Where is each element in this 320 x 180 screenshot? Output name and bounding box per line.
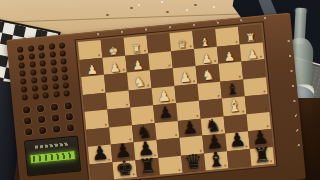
black-pawn: ♟ xyxy=(134,140,159,160)
square-f6: ♞ xyxy=(132,123,157,143)
square-a5 xyxy=(245,94,270,114)
square-e8 xyxy=(158,155,183,175)
square-h3 xyxy=(81,75,106,95)
panel-button xyxy=(37,115,47,125)
control-panel xyxy=(15,41,85,180)
sensor-dot xyxy=(133,173,135,175)
sensor-dot xyxy=(147,84,149,86)
square-a2: ♟ xyxy=(240,42,265,62)
black-pawn: ♟ xyxy=(153,103,178,123)
square-d4 xyxy=(174,83,199,103)
square-b5: ♝ xyxy=(222,96,247,116)
sensor-dot xyxy=(129,138,131,140)
square-f8: ♜ xyxy=(135,157,160,177)
white-pawn: ♟ xyxy=(194,46,219,66)
chess-computer-board: ♚♜♛♝♜♟♟♟♟♟♟♞♟♞♟♝♟♝♞♟♞♟♟♟♟♟♟♚♜♛♝♜ xyxy=(6,13,306,180)
sensor-dot xyxy=(244,127,246,129)
sensor-dot xyxy=(214,60,216,62)
sensor-dot xyxy=(123,69,125,71)
sensor-dot xyxy=(196,114,198,116)
square-c4 xyxy=(197,81,222,101)
peg-hole xyxy=(49,43,56,50)
square-g8: ♚ xyxy=(112,160,137,180)
panel-button xyxy=(51,113,61,123)
square-d7 xyxy=(179,136,204,156)
sensor-dot xyxy=(262,73,264,75)
peg-hole xyxy=(38,44,45,51)
peg-hole xyxy=(31,77,38,84)
square-g5 xyxy=(107,107,132,127)
black-pawn: ♟ xyxy=(202,133,227,153)
sensor-dot xyxy=(101,88,103,90)
square-b7: ♟ xyxy=(225,131,250,151)
white-knight: ♞ xyxy=(127,70,152,90)
square-d1: ♛ xyxy=(169,31,194,51)
sensor-dot xyxy=(265,108,267,110)
sensor-dot xyxy=(167,47,169,49)
square-e7 xyxy=(157,138,182,158)
sensor-dot xyxy=(195,97,197,99)
white-pawn: ♟ xyxy=(173,66,198,86)
peg-hole xyxy=(64,90,71,97)
black-pawn: ♟ xyxy=(225,131,250,151)
panel-button xyxy=(22,105,32,115)
peg-hole xyxy=(30,69,37,76)
sensor-dot xyxy=(108,158,110,160)
square-h4 xyxy=(83,92,108,112)
peg-hole xyxy=(50,59,57,66)
table-speck xyxy=(161,1,163,3)
square-c7: ♟ xyxy=(202,133,227,153)
square-f7: ♟ xyxy=(134,140,159,160)
sensor-dot xyxy=(201,167,203,169)
peg-hole xyxy=(51,67,58,74)
sensor-dot xyxy=(121,51,123,53)
lcd-text-line xyxy=(29,150,76,164)
square-a8: ♜ xyxy=(250,146,275,166)
peg-hole xyxy=(52,75,59,82)
sensor-dot xyxy=(150,119,152,121)
square-b2: ♟ xyxy=(217,44,242,64)
square-b4: ♝ xyxy=(220,79,245,99)
sensor-dot xyxy=(106,141,108,143)
black-bishop: ♝ xyxy=(204,151,229,171)
white-knight: ♞ xyxy=(196,64,221,84)
sensor-dot xyxy=(235,40,237,42)
sensor-dot xyxy=(223,147,225,149)
white-pawn: ♟ xyxy=(125,53,150,73)
square-g4 xyxy=(106,90,131,110)
square-f4 xyxy=(129,88,154,108)
sensor-dot xyxy=(221,130,223,132)
peg-hole xyxy=(40,68,47,75)
scene: ♖♙♙ ♚♜♛♝♜♟♟♟♟♟♟♞♟♞♟♝♟♝♞♟♞♟♟♟♟♟♟♚♜♛♝♜ xyxy=(0,0,320,180)
peg-hole xyxy=(17,46,24,53)
peg-hole xyxy=(19,70,26,77)
panel-button xyxy=(50,102,60,112)
white-rook: ♜ xyxy=(124,36,149,56)
wood-knot xyxy=(106,14,109,16)
peg-hole xyxy=(59,42,66,49)
sensor-dot xyxy=(175,134,177,136)
peg-hole xyxy=(22,94,29,101)
white-pawn: ♟ xyxy=(240,42,265,62)
square-f3: ♞ xyxy=(127,70,152,90)
black-queen: ♛ xyxy=(181,153,206,173)
sensor-dot xyxy=(263,90,265,92)
square-b1 xyxy=(215,27,240,47)
peg-hole xyxy=(39,52,46,59)
peg-hole xyxy=(19,62,26,69)
sensor-dot xyxy=(242,110,244,112)
white-bishop: ♝ xyxy=(192,29,217,49)
square-h8 xyxy=(90,162,115,180)
square-g1: ♚ xyxy=(101,38,126,58)
sensor-dot xyxy=(105,123,107,125)
sensor-dot xyxy=(268,143,270,145)
square-a3 xyxy=(241,59,266,79)
square-c3: ♞ xyxy=(196,64,221,84)
panel-button xyxy=(66,123,76,133)
sensor-dot xyxy=(200,149,202,151)
white-rook: ♜ xyxy=(238,24,263,44)
panel-button xyxy=(64,112,74,122)
square-b6 xyxy=(224,114,249,134)
square-a1: ♜ xyxy=(238,24,263,44)
sensor-dot xyxy=(149,101,151,103)
black-king: ♚ xyxy=(112,160,137,180)
square-g6 xyxy=(109,125,134,145)
square-d5 xyxy=(176,101,201,121)
square-h2: ♟ xyxy=(79,57,104,77)
sensor-dot xyxy=(124,86,126,88)
sensor-dot xyxy=(177,151,179,153)
white-pawn: ♟ xyxy=(79,57,104,77)
peg-hole xyxy=(52,83,59,90)
square-h5 xyxy=(84,110,109,130)
sensor-dot xyxy=(198,132,200,134)
table-speck xyxy=(213,6,215,8)
white-king: ♚ xyxy=(101,38,126,58)
peg-hole xyxy=(61,66,68,73)
black-knight: ♞ xyxy=(201,116,226,136)
sensor-dot xyxy=(216,77,218,79)
sensor-dot xyxy=(173,117,175,119)
sensor-dot xyxy=(267,125,269,127)
square-c6: ♞ xyxy=(201,116,226,136)
wood-knot xyxy=(166,11,169,13)
sensor-dot xyxy=(217,95,219,97)
peg-hole xyxy=(18,54,25,61)
square-e1 xyxy=(146,33,171,53)
peg-hole xyxy=(42,84,49,91)
peg-hole xyxy=(62,74,69,81)
panel-button xyxy=(23,116,33,126)
sensor-dot xyxy=(156,171,158,173)
black-pawn: ♟ xyxy=(248,129,273,149)
square-h7: ♟ xyxy=(88,144,113,164)
black-pawn: ♟ xyxy=(178,118,203,138)
peg-hole xyxy=(41,76,48,83)
table-speck xyxy=(138,4,140,6)
square-e4: ♟ xyxy=(152,86,177,106)
sensor-dot xyxy=(172,99,174,101)
peg-hole xyxy=(43,92,50,99)
peg-hole-tray xyxy=(15,41,76,103)
square-f1: ♜ xyxy=(124,36,149,56)
square-a6 xyxy=(246,112,271,132)
sensor-dot xyxy=(245,145,247,147)
panel-button xyxy=(36,104,46,114)
white-queen: ♛ xyxy=(169,31,194,51)
sensor-dot xyxy=(168,64,170,66)
white-bishop: ♝ xyxy=(222,96,247,116)
panel-button xyxy=(52,124,62,134)
square-c1: ♝ xyxy=(192,29,217,49)
peg-hole xyxy=(40,60,47,67)
table-speck xyxy=(186,9,188,11)
peg-hole xyxy=(31,85,38,92)
square-g2: ♟ xyxy=(102,55,127,75)
white-pawn: ♟ xyxy=(217,44,242,64)
black-pawn: ♟ xyxy=(88,144,113,164)
sensor-dot xyxy=(270,160,272,162)
square-c2: ♟ xyxy=(194,46,219,66)
square-d6: ♟ xyxy=(178,118,203,138)
sensor-dot xyxy=(237,58,239,60)
sensor-dot xyxy=(190,45,192,47)
square-b8 xyxy=(227,149,252,169)
sensor-dot xyxy=(103,106,105,108)
sensor-dot xyxy=(152,136,154,138)
square-a7: ♟ xyxy=(248,129,273,149)
panel-button xyxy=(63,101,73,111)
panel-button xyxy=(24,127,34,137)
wood-knot xyxy=(130,7,133,9)
peg-hole xyxy=(63,82,70,89)
peg-hole xyxy=(29,61,36,68)
black-rook: ♜ xyxy=(250,146,275,166)
peg-hole xyxy=(28,53,35,60)
peg-hole xyxy=(32,93,39,100)
sensor-dot xyxy=(131,156,133,158)
sensor-dot xyxy=(239,75,241,77)
sensor-dot xyxy=(154,154,156,156)
square-f5 xyxy=(130,105,155,125)
square-g3 xyxy=(104,73,129,93)
peg-hole xyxy=(28,45,35,52)
peg-hole xyxy=(53,91,60,98)
white-pawn: ♟ xyxy=(152,86,177,106)
sensor-dot xyxy=(219,112,221,114)
button-grid xyxy=(20,98,79,137)
sensor-dot xyxy=(126,104,128,106)
sensor-dot xyxy=(145,67,147,69)
square-e3 xyxy=(150,68,175,88)
peg-hole xyxy=(20,78,27,85)
peg-hole xyxy=(60,50,67,57)
peg-hole xyxy=(49,51,56,58)
sensor-dot xyxy=(260,56,262,58)
sensor-dot xyxy=(193,80,195,82)
square-d8: ♛ xyxy=(181,153,206,173)
square-f2: ♟ xyxy=(125,53,150,73)
black-knight: ♞ xyxy=(132,123,157,143)
sensor-dot xyxy=(128,121,130,123)
wood-knot xyxy=(194,4,197,6)
sensor-dot xyxy=(170,82,172,84)
peg-hole xyxy=(21,86,28,93)
sensor-dot xyxy=(258,38,260,40)
white-pawn: ♟ xyxy=(102,55,127,75)
square-e2 xyxy=(148,51,173,71)
sensor-dot xyxy=(110,175,112,177)
square-c8: ♝ xyxy=(204,151,229,171)
sensor-dot xyxy=(212,43,214,45)
square-h6 xyxy=(86,127,111,147)
sensor-dot xyxy=(240,93,242,95)
sensor-dot xyxy=(224,164,226,166)
sensor-dot xyxy=(247,162,249,164)
sensor-dot xyxy=(144,49,146,51)
sensor-dot xyxy=(191,62,193,64)
black-rook: ♜ xyxy=(135,157,160,177)
chessboard: ♚♜♛♝♜♟♟♟♟♟♟♞♟♞♟♝♟♝♞♟♞♟♟♟♟♟♟♚♜♛♝♜ xyxy=(76,22,277,180)
square-b3 xyxy=(219,62,244,82)
peg-hole xyxy=(61,58,68,65)
panel-button xyxy=(38,125,48,135)
lcd-display-module xyxy=(24,136,81,177)
display-brand-label xyxy=(35,143,68,149)
sensor-dot xyxy=(178,169,180,171)
square-d2 xyxy=(171,49,196,69)
square-e5: ♟ xyxy=(153,103,178,123)
black-bishop: ♝ xyxy=(220,79,245,99)
sensor-dot xyxy=(100,71,102,73)
square-d3: ♟ xyxy=(173,66,198,86)
sensor-dot xyxy=(98,54,100,56)
